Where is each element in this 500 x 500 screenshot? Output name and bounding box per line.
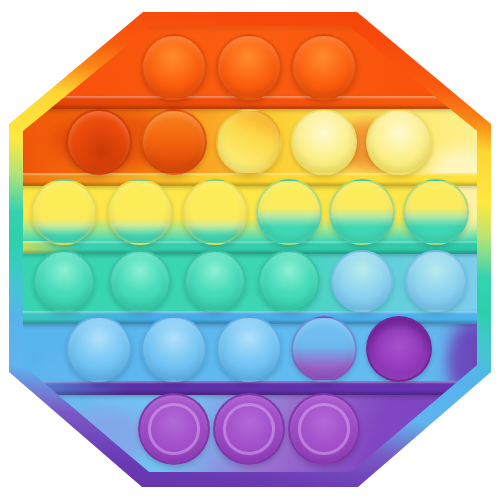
bubble-r5-c3[interactable]: [216, 316, 282, 382]
bubble-r4-c1[interactable]: [33, 250, 95, 312]
bubble-r3-c5[interactable]: [329, 179, 395, 245]
bubble-r2-c5[interactable]: [366, 109, 432, 175]
bubble-r3-c6[interactable]: [403, 179, 469, 245]
bubble-r5-c5[interactable]: [366, 316, 432, 382]
bubble-r1-c2[interactable]: [216, 34, 282, 100]
bubble-r1-c3[interactable]: [291, 34, 357, 100]
board-inner: [0, 0, 500, 500]
bubble-r4-c4[interactable]: [258, 250, 320, 312]
bubble-r4-c6[interactable]: [405, 250, 467, 312]
bubble-r2-c2[interactable]: [141, 109, 207, 175]
bubble-r4-c3[interactable]: [184, 250, 246, 312]
bubble-r6-c3[interactable]: [288, 393, 360, 465]
bubble-r5-c2[interactable]: [141, 316, 207, 382]
bubble-r3-c1[interactable]: [31, 179, 97, 245]
bubble-r6-c1[interactable]: [138, 393, 210, 465]
bubble-r1-c1[interactable]: [141, 34, 207, 100]
bubble-r5-c1[interactable]: [66, 316, 132, 382]
bubble-r2-c4[interactable]: [291, 109, 357, 175]
bubble-r3-c3[interactable]: [182, 179, 248, 245]
product-photo: [0, 0, 500, 500]
bubble-r6-c2[interactable]: [213, 393, 285, 465]
bubble-r3-c4[interactable]: [256, 179, 322, 245]
bubble-r4-c5[interactable]: [331, 250, 393, 312]
bubble-r2-c1[interactable]: [66, 109, 132, 175]
bubble-r3-c2[interactable]: [107, 179, 173, 245]
bubble-r2-c3[interactable]: [216, 109, 282, 175]
bubble-r4-c2[interactable]: [109, 250, 171, 312]
bubble-r5-c4[interactable]: [291, 316, 357, 382]
pop-it-board: [0, 0, 500, 500]
